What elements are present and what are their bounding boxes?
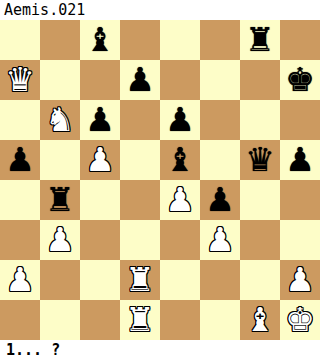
square-a4[interactable] (0, 180, 40, 220)
square-d4[interactable] (120, 180, 160, 220)
piece-black-pawn-c6[interactable]: ♟ (85, 100, 115, 140)
piece-white-bishop-g1[interactable]: ♝ (245, 300, 275, 340)
piece-white-pawn-e4[interactable]: ♟ (165, 180, 195, 220)
square-a6[interactable] (0, 100, 40, 140)
piece-black-rook-g8[interactable]: ♜ (245, 20, 275, 60)
piece-black-king-h7[interactable]: ♚ (285, 60, 315, 100)
square-f4[interactable]: ♟ (200, 180, 240, 220)
piece-white-pawn-h2[interactable]: ♟ (285, 260, 315, 300)
square-e5[interactable]: ♝ (160, 140, 200, 180)
chess-board: ♝♜♛♟♚♞♟♟♟♟♝♛♟♜♟♟♟♟♟♜♟♜♝♚ (0, 20, 320, 340)
square-e7[interactable] (160, 60, 200, 100)
square-d7[interactable]: ♟ (120, 60, 160, 100)
square-e8[interactable] (160, 20, 200, 60)
piece-black-bishop-e5[interactable]: ♝ (165, 140, 195, 180)
square-c2[interactable] (80, 260, 120, 300)
piece-black-bishop-c8[interactable]: ♝ (85, 20, 115, 60)
square-g7[interactable] (240, 60, 280, 100)
square-a5[interactable]: ♟ (0, 140, 40, 180)
piece-white-pawn-b3[interactable]: ♟ (45, 220, 75, 260)
square-b6[interactable]: ♞ (40, 100, 80, 140)
piece-white-knight-b6[interactable]: ♞ (45, 100, 75, 140)
square-g1[interactable]: ♝ (240, 300, 280, 340)
square-h1[interactable]: ♚ (280, 300, 320, 340)
square-d2[interactable]: ♜ (120, 260, 160, 300)
piece-white-king-h1[interactable]: ♚ (285, 300, 315, 340)
square-d3[interactable] (120, 220, 160, 260)
square-g5[interactable]: ♛ (240, 140, 280, 180)
square-h4[interactable] (280, 180, 320, 220)
square-h7[interactable]: ♚ (280, 60, 320, 100)
square-d1[interactable]: ♜ (120, 300, 160, 340)
square-a8[interactable] (0, 20, 40, 60)
piece-black-pawn-d7[interactable]: ♟ (125, 60, 155, 100)
square-g4[interactable] (240, 180, 280, 220)
square-c1[interactable] (80, 300, 120, 340)
square-h8[interactable] (280, 20, 320, 60)
square-f6[interactable] (200, 100, 240, 140)
square-f8[interactable] (200, 20, 240, 60)
square-e1[interactable] (160, 300, 200, 340)
square-f5[interactable] (200, 140, 240, 180)
square-g6[interactable] (240, 100, 280, 140)
square-b7[interactable] (40, 60, 80, 100)
piece-black-pawn-a5[interactable]: ♟ (5, 140, 35, 180)
square-f2[interactable] (200, 260, 240, 300)
square-b4[interactable]: ♜ (40, 180, 80, 220)
square-g8[interactable]: ♜ (240, 20, 280, 60)
square-c5[interactable]: ♟ (80, 140, 120, 180)
piece-black-queen-g5[interactable]: ♛ (245, 140, 275, 180)
square-d5[interactable] (120, 140, 160, 180)
move-prompt: 1... ? (0, 340, 320, 360)
square-a3[interactable] (0, 220, 40, 260)
square-c4[interactable] (80, 180, 120, 220)
square-f7[interactable] (200, 60, 240, 100)
square-b3[interactable]: ♟ (40, 220, 80, 260)
square-e2[interactable] (160, 260, 200, 300)
piece-black-pawn-f4[interactable]: ♟ (205, 180, 235, 220)
square-g3[interactable] (240, 220, 280, 260)
square-b8[interactable] (40, 20, 80, 60)
square-h5[interactable]: ♟ (280, 140, 320, 180)
square-c7[interactable] (80, 60, 120, 100)
piece-white-pawn-f3[interactable]: ♟ (205, 220, 235, 260)
square-a2[interactable]: ♟ (0, 260, 40, 300)
square-h3[interactable] (280, 220, 320, 260)
piece-black-rook-b4[interactable]: ♜ (45, 180, 75, 220)
square-a7[interactable]: ♛ (0, 60, 40, 100)
square-f3[interactable]: ♟ (200, 220, 240, 260)
square-a1[interactable] (0, 300, 40, 340)
piece-white-pawn-a2[interactable]: ♟ (5, 260, 35, 300)
square-h2[interactable]: ♟ (280, 260, 320, 300)
piece-black-pawn-h5[interactable]: ♟ (285, 140, 315, 180)
square-c8[interactable]: ♝ (80, 20, 120, 60)
square-b2[interactable] (40, 260, 80, 300)
piece-white-rook-d2[interactable]: ♜ (125, 260, 155, 300)
piece-white-queen-a7[interactable]: ♛ (5, 60, 35, 100)
piece-white-pawn-c5[interactable]: ♟ (85, 140, 115, 180)
square-d6[interactable] (120, 100, 160, 140)
square-h6[interactable] (280, 100, 320, 140)
square-g2[interactable] (240, 260, 280, 300)
piece-black-pawn-e6[interactable]: ♟ (165, 100, 195, 140)
square-e3[interactable] (160, 220, 200, 260)
puzzle-title: Aemis.021 (0, 0, 320, 20)
square-f1[interactable] (200, 300, 240, 340)
chess-puzzle-window: Aemis.021 ♝♜♛♟♚♞♟♟♟♟♝♛♟♜♟♟♟♟♟♜♟♜♝♚ 1... … (0, 0, 320, 360)
square-c6[interactable]: ♟ (80, 100, 120, 140)
square-d8[interactable] (120, 20, 160, 60)
square-c3[interactable] (80, 220, 120, 260)
square-b1[interactable] (40, 300, 80, 340)
square-e6[interactable]: ♟ (160, 100, 200, 140)
square-e4[interactable]: ♟ (160, 180, 200, 220)
square-b5[interactable] (40, 140, 80, 180)
piece-white-rook-d1[interactable]: ♜ (125, 300, 155, 340)
